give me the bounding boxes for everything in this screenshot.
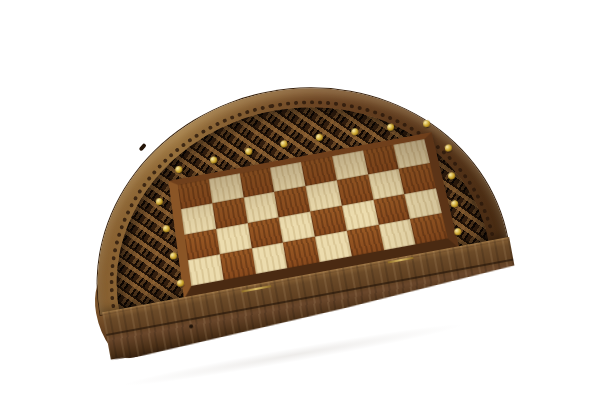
photo-stage [0, 0, 600, 400]
square-r4c6 [347, 225, 384, 257]
chess-case [66, 54, 517, 365]
square-r4c3 [251, 242, 287, 274]
square-r4c2 [220, 248, 256, 280]
square-r4c5 [315, 230, 352, 262]
square-r4c1 [188, 254, 224, 286]
rim-pin [139, 143, 147, 152]
square-r4c4 [283, 236, 320, 268]
square-r4c8 [410, 213, 448, 245]
